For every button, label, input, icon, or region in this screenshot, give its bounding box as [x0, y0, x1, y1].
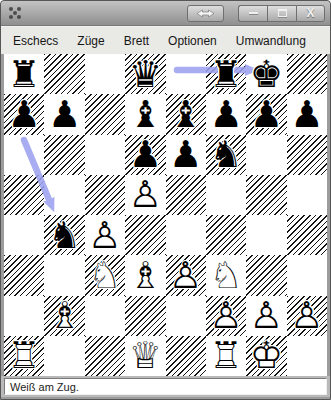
square-d6[interactable]: ♟	[125, 135, 165, 175]
square-a4[interactable]	[4, 215, 44, 255]
square-a3[interactable]	[4, 255, 44, 295]
square-b6[interactable]	[44, 135, 84, 175]
piece-white-pawn: ♙	[287, 296, 327, 336]
piece-black-pawn: ♟	[4, 94, 44, 134]
piece-black-rook: ♜	[4, 54, 44, 94]
app-icon-dots	[9, 7, 13, 11]
square-g2[interactable]: ♟♙	[246, 296, 286, 336]
piece-white-queen-fill: ♛	[125, 336, 165, 376]
square-f6[interactable]: ♞	[206, 135, 246, 175]
piece-white-knight-fill: ♞	[206, 255, 246, 295]
piece-white-queen: ♕	[125, 336, 165, 376]
piece-black-pawn: ♟	[44, 94, 84, 134]
square-g7[interactable]: ♟	[246, 94, 286, 134]
piece-white-bishop: ♗	[44, 296, 84, 336]
square-b8[interactable]	[44, 54, 84, 94]
piece-black-rook: ♜	[206, 54, 246, 94]
piece-white-pawn-fill: ♟	[85, 215, 125, 255]
piece-white-pawn: ♙	[125, 175, 165, 215]
piece-white-bishop: ♗	[125, 255, 165, 295]
piece-black-pawn: ♟	[246, 94, 286, 134]
square-a8[interactable]: ♜	[4, 54, 44, 94]
app-icon[interactable]	[8, 6, 22, 20]
piece-white-pawn: ♙	[85, 215, 125, 255]
square-h2[interactable]: ♟♙	[287, 296, 327, 336]
square-h1[interactable]	[287, 336, 327, 376]
square-g5[interactable]	[246, 175, 286, 215]
piece-white-king-fill: ♚	[246, 336, 286, 376]
square-c5[interactable]	[85, 175, 125, 215]
square-e8[interactable]	[166, 54, 206, 94]
piece-white-pawn: ♙	[206, 296, 246, 336]
piece-white-knight: ♘	[85, 255, 125, 295]
square-g1[interactable]: ♚♔	[246, 336, 286, 376]
piece-black-knight: ♞	[44, 215, 84, 255]
piece-white-king: ♔	[246, 336, 286, 376]
square-h3[interactable]	[287, 255, 327, 295]
square-f2[interactable]: ♟♙	[206, 296, 246, 336]
piece-white-rook: ♖	[206, 336, 246, 376]
double-arrow-icon	[196, 9, 215, 18]
square-b3[interactable]	[44, 255, 84, 295]
square-f5[interactable]	[206, 175, 246, 215]
square-d7[interactable]: ♝	[125, 94, 165, 134]
piece-white-knight-fill: ♞	[85, 255, 125, 295]
maximize-icon	[278, 9, 287, 17]
square-d1[interactable]: ♛♕	[125, 336, 165, 376]
square-d5[interactable]: ♟♙	[125, 175, 165, 215]
piece-black-pawn: ♟	[166, 135, 206, 175]
square-c6[interactable]	[85, 135, 125, 175]
board-container: ♜♛♜♚♟♟♝♝♟♟♟♟♟♞♟♙♞♟♙♞♘♝♗♟♙♞♘♝♗♟♙♟♙♟♙♜♖♛♕♜…	[4, 54, 327, 376]
square-d8[interactable]: ♛	[125, 54, 165, 94]
square-f8[interactable]: ♜	[206, 54, 246, 94]
square-g4[interactable]	[246, 215, 286, 255]
piece-white-pawn-fill: ♟	[206, 296, 246, 336]
square-e5[interactable]	[166, 175, 206, 215]
square-c7[interactable]	[85, 94, 125, 134]
piece-white-rook-fill: ♜	[206, 336, 246, 376]
window-controls: X	[238, 5, 325, 22]
square-e2[interactable]	[166, 296, 206, 336]
piece-white-pawn-fill: ♟	[166, 255, 206, 295]
square-f1[interactable]: ♜♖	[206, 336, 246, 376]
flip-board-button[interactable]	[187, 5, 224, 22]
close-icon: X	[306, 7, 314, 19]
square-c4[interactable]: ♟♙	[85, 215, 125, 255]
square-d4[interactable]	[125, 215, 165, 255]
menu-bar: EschecsZügeBrettOptionenUmwandlung	[1, 26, 330, 54]
menu-item-umwandlung[interactable]: Umwandlung	[236, 34, 306, 48]
piece-white-bishop-fill: ♝	[44, 296, 84, 336]
piece-black-pawn: ♟	[125, 135, 165, 175]
piece-white-rook: ♖	[4, 336, 44, 376]
square-e4[interactable]	[166, 215, 206, 255]
square-a2[interactable]	[4, 296, 44, 336]
piece-black-knight: ♞	[206, 135, 246, 175]
square-g3[interactable]	[246, 255, 286, 295]
status-bar: Weiß am Zug.	[1, 376, 330, 397]
piece-black-bishop: ♝	[166, 94, 206, 134]
piece-black-pawn: ♟	[287, 94, 327, 134]
piece-black-bishop: ♝	[125, 94, 165, 134]
square-e6[interactable]: ♟	[166, 135, 206, 175]
minimize-button[interactable]	[238, 5, 267, 22]
square-a6[interactable]	[4, 135, 44, 175]
piece-white-pawn: ♙	[166, 255, 206, 295]
chess-board: ♜♛♜♚♟♟♝♝♟♟♟♟♟♞♟♙♞♟♙♞♘♝♗♟♙♞♘♝♗♟♙♟♙♟♙♜♖♛♕♜…	[4, 54, 327, 376]
menu-item-eschecs[interactable]: Eschecs	[13, 34, 58, 48]
square-h7[interactable]: ♟	[287, 94, 327, 134]
square-a1[interactable]: ♜♖	[4, 336, 44, 376]
square-b7[interactable]: ♟	[44, 94, 84, 134]
square-h5[interactable]	[287, 175, 327, 215]
menu-item-züge[interactable]: Züge	[77, 34, 104, 48]
square-d2[interactable]	[125, 296, 165, 336]
square-c1[interactable]	[85, 336, 125, 376]
status-field: Weiß am Zug.	[4, 378, 327, 395]
title-bar: X	[1, 1, 330, 26]
square-a5[interactable]	[4, 175, 44, 215]
square-e1[interactable]	[166, 336, 206, 376]
piece-white-pawn-fill: ♟	[287, 296, 327, 336]
square-b2[interactable]: ♝♗	[44, 296, 84, 336]
square-g6[interactable]	[246, 135, 286, 175]
minimize-icon	[249, 12, 258, 14]
chess-app-window: X EschecsZügeBrettOptionenUmwandlung ♜♛♜…	[0, 0, 331, 400]
square-h8[interactable]	[287, 54, 327, 94]
square-h4[interactable]	[287, 215, 327, 255]
square-e3[interactable]: ♟♙	[166, 255, 206, 295]
piece-white-pawn-fill: ♟	[246, 296, 286, 336]
piece-black-queen: ♛	[125, 54, 165, 94]
piece-white-rook-fill: ♜	[4, 336, 44, 376]
square-b5[interactable]	[44, 175, 84, 215]
square-f3[interactable]: ♞♘	[206, 255, 246, 295]
square-g8[interactable]: ♚	[246, 54, 286, 94]
menu-item-brett[interactable]: Brett	[124, 34, 149, 48]
square-c2[interactable]	[85, 296, 125, 336]
square-b1[interactable]	[44, 336, 84, 376]
piece-white-bishop-fill: ♝	[125, 255, 165, 295]
status-text: Weiß am Zug.	[10, 381, 79, 393]
piece-white-knight: ♘	[206, 255, 246, 295]
square-c3[interactable]: ♞♘	[85, 255, 125, 295]
square-b4[interactable]: ♞	[44, 215, 84, 255]
square-h6[interactable]	[287, 135, 327, 175]
piece-black-pawn: ♟	[206, 94, 246, 134]
maximize-button[interactable]	[267, 5, 296, 22]
square-f4[interactable]	[206, 215, 246, 255]
square-c8[interactable]	[85, 54, 125, 94]
square-f7[interactable]: ♟	[206, 94, 246, 134]
piece-black-king: ♚	[246, 54, 286, 94]
square-d3[interactable]: ♝♗	[125, 255, 165, 295]
square-a7[interactable]: ♟	[4, 94, 44, 134]
menu-item-optionen[interactable]: Optionen	[168, 34, 217, 48]
square-e7[interactable]: ♝	[166, 94, 206, 134]
piece-white-pawn: ♙	[246, 296, 286, 336]
close-button[interactable]: X	[296, 5, 325, 22]
piece-white-pawn-fill: ♟	[125, 175, 165, 215]
